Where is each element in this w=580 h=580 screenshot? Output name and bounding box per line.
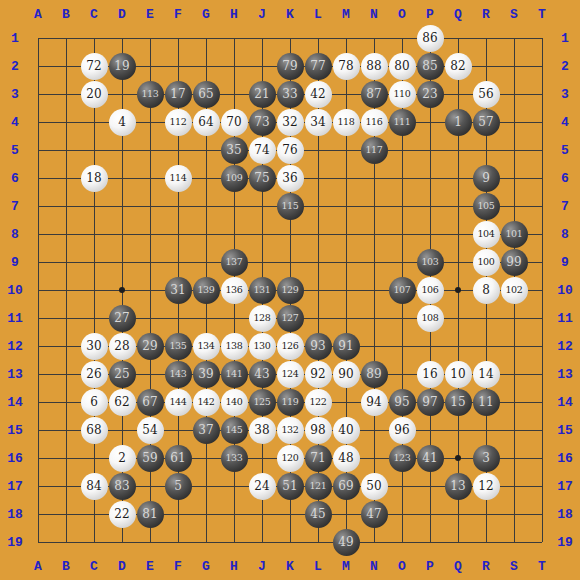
intersection-C3[interactable]: 20: [80, 80, 108, 108]
intersection-S10[interactable]: 102: [500, 276, 528, 304]
intersection-E13[interactable]: [136, 360, 164, 388]
intersection-N1[interactable]: [360, 24, 388, 52]
intersection-K14[interactable]: 119: [276, 388, 304, 416]
intersection-M17[interactable]: 69: [332, 472, 360, 500]
intersection-K5[interactable]: 76: [276, 136, 304, 164]
intersection-R13[interactable]: 14: [472, 360, 500, 388]
intersection-G15[interactable]: 37: [192, 416, 220, 444]
intersection-J19[interactable]: [248, 528, 276, 556]
intersection-G4[interactable]: 64: [192, 108, 220, 136]
intersection-H5[interactable]: 35: [220, 136, 248, 164]
intersection-S3[interactable]: [500, 80, 528, 108]
intersection-Q13[interactable]: 10: [444, 360, 472, 388]
intersection-J16[interactable]: [248, 444, 276, 472]
intersection-A7[interactable]: [24, 192, 52, 220]
intersection-E15[interactable]: 54: [136, 416, 164, 444]
intersection-D5[interactable]: [108, 136, 136, 164]
intersection-C9[interactable]: [80, 248, 108, 276]
intersection-E6[interactable]: [136, 164, 164, 192]
intersection-C5[interactable]: [80, 136, 108, 164]
intersection-H19[interactable]: [220, 528, 248, 556]
intersection-M19[interactable]: 49: [332, 528, 360, 556]
intersection-N10[interactable]: [360, 276, 388, 304]
intersection-D3[interactable]: [108, 80, 136, 108]
intersection-F6[interactable]: 114: [164, 164, 192, 192]
intersection-O15[interactable]: 96: [388, 416, 416, 444]
intersection-G5[interactable]: [192, 136, 220, 164]
intersection-M16[interactable]: 48: [332, 444, 360, 472]
intersection-A13[interactable]: [24, 360, 52, 388]
intersection-P11[interactable]: 108: [416, 304, 444, 332]
intersection-H17[interactable]: [220, 472, 248, 500]
intersection-C19[interactable]: [80, 528, 108, 556]
intersection-L4[interactable]: 34: [304, 108, 332, 136]
intersection-O1[interactable]: [388, 24, 416, 52]
intersection-N7[interactable]: [360, 192, 388, 220]
intersection-Q3[interactable]: [444, 80, 472, 108]
intersection-T3[interactable]: [528, 80, 556, 108]
intersection-K10[interactable]: 129: [276, 276, 304, 304]
intersection-F7[interactable]: [164, 192, 192, 220]
intersection-A15[interactable]: [24, 416, 52, 444]
intersection-G18[interactable]: [192, 500, 220, 528]
intersection-L12[interactable]: 93: [304, 332, 332, 360]
intersection-R8[interactable]: 104: [472, 220, 500, 248]
intersection-A6[interactable]: [24, 164, 52, 192]
intersection-M14[interactable]: [332, 388, 360, 416]
intersection-T16[interactable]: [528, 444, 556, 472]
intersection-A9[interactable]: [24, 248, 52, 276]
intersection-L1[interactable]: [304, 24, 332, 52]
intersection-T12[interactable]: [528, 332, 556, 360]
intersection-F17[interactable]: 5: [164, 472, 192, 500]
intersection-S17[interactable]: [500, 472, 528, 500]
intersection-S5[interactable]: [500, 136, 528, 164]
intersection-N11[interactable]: [360, 304, 388, 332]
intersection-Q8[interactable]: [444, 220, 472, 248]
intersection-D8[interactable]: [108, 220, 136, 248]
intersection-A2[interactable]: [24, 52, 52, 80]
intersection-F8[interactable]: [164, 220, 192, 248]
intersection-D13[interactable]: 25: [108, 360, 136, 388]
intersection-G9[interactable]: [192, 248, 220, 276]
intersection-G13[interactable]: 39: [192, 360, 220, 388]
intersection-L5[interactable]: [304, 136, 332, 164]
intersection-C16[interactable]: [80, 444, 108, 472]
intersection-L14[interactable]: 122: [304, 388, 332, 416]
intersection-D11[interactable]: 27: [108, 304, 136, 332]
intersection-A18[interactable]: [24, 500, 52, 528]
intersection-B13[interactable]: [52, 360, 80, 388]
intersection-R15[interactable]: [472, 416, 500, 444]
intersection-G17[interactable]: [192, 472, 220, 500]
intersection-Q7[interactable]: [444, 192, 472, 220]
intersection-Q15[interactable]: [444, 416, 472, 444]
intersection-F9[interactable]: [164, 248, 192, 276]
intersection-B9[interactable]: [52, 248, 80, 276]
intersection-N6[interactable]: [360, 164, 388, 192]
intersection-R5[interactable]: [472, 136, 500, 164]
intersection-C1[interactable]: [80, 24, 108, 52]
intersection-T5[interactable]: [528, 136, 556, 164]
intersection-B2[interactable]: [52, 52, 80, 80]
intersection-E14[interactable]: 67: [136, 388, 164, 416]
intersection-G11[interactable]: [192, 304, 220, 332]
intersection-F3[interactable]: 17: [164, 80, 192, 108]
intersection-S19[interactable]: [500, 528, 528, 556]
intersection-H18[interactable]: [220, 500, 248, 528]
intersection-D7[interactable]: [108, 192, 136, 220]
intersection-P2[interactable]: 85: [416, 52, 444, 80]
intersection-F18[interactable]: [164, 500, 192, 528]
intersection-B10[interactable]: [52, 276, 80, 304]
intersection-C13[interactable]: 26: [80, 360, 108, 388]
intersection-K13[interactable]: 124: [276, 360, 304, 388]
intersection-M3[interactable]: [332, 80, 360, 108]
intersection-J18[interactable]: [248, 500, 276, 528]
intersection-C2[interactable]: 72: [80, 52, 108, 80]
intersection-C7[interactable]: [80, 192, 108, 220]
intersection-P9[interactable]: 103: [416, 248, 444, 276]
intersection-O11[interactable]: [388, 304, 416, 332]
intersection-B8[interactable]: [52, 220, 80, 248]
intersection-P10[interactable]: 106: [416, 276, 444, 304]
intersection-M5[interactable]: [332, 136, 360, 164]
intersection-J2[interactable]: [248, 52, 276, 80]
intersection-L18[interactable]: 45: [304, 500, 332, 528]
intersection-P4[interactable]: [416, 108, 444, 136]
intersection-T7[interactable]: [528, 192, 556, 220]
intersection-N5[interactable]: 117: [360, 136, 388, 164]
intersection-O7[interactable]: [388, 192, 416, 220]
intersection-J11[interactable]: 128: [248, 304, 276, 332]
intersection-P1[interactable]: 86: [416, 24, 444, 52]
intersection-O12[interactable]: [388, 332, 416, 360]
intersection-R1[interactable]: [472, 24, 500, 52]
intersection-C18[interactable]: [80, 500, 108, 528]
intersection-H4[interactable]: 70: [220, 108, 248, 136]
intersection-K8[interactable]: [276, 220, 304, 248]
intersection-L17[interactable]: 121: [304, 472, 332, 500]
intersection-P5[interactable]: [416, 136, 444, 164]
intersection-B6[interactable]: [52, 164, 80, 192]
intersection-O5[interactable]: [388, 136, 416, 164]
intersection-K17[interactable]: 51: [276, 472, 304, 500]
intersection-L11[interactable]: [304, 304, 332, 332]
intersection-D4[interactable]: 4: [108, 108, 136, 136]
intersection-M8[interactable]: [332, 220, 360, 248]
intersection-Q1[interactable]: [444, 24, 472, 52]
intersection-F2[interactable]: [164, 52, 192, 80]
intersection-G12[interactable]: 134: [192, 332, 220, 360]
intersection-E12[interactable]: 29: [136, 332, 164, 360]
intersection-C15[interactable]: 68: [80, 416, 108, 444]
intersection-N15[interactable]: [360, 416, 388, 444]
intersection-Q16[interactable]: [444, 444, 472, 472]
intersection-J3[interactable]: 21: [248, 80, 276, 108]
intersection-K2[interactable]: 79: [276, 52, 304, 80]
intersection-J13[interactable]: 43: [248, 360, 276, 388]
intersection-S12[interactable]: [500, 332, 528, 360]
intersection-J8[interactable]: [248, 220, 276, 248]
intersection-N9[interactable]: [360, 248, 388, 276]
intersection-A11[interactable]: [24, 304, 52, 332]
intersection-H10[interactable]: 136: [220, 276, 248, 304]
intersection-E1[interactable]: [136, 24, 164, 52]
intersection-S7[interactable]: [500, 192, 528, 220]
intersection-M7[interactable]: [332, 192, 360, 220]
intersection-E4[interactable]: [136, 108, 164, 136]
intersection-J15[interactable]: 38: [248, 416, 276, 444]
intersection-P7[interactable]: [416, 192, 444, 220]
intersection-H12[interactable]: 138: [220, 332, 248, 360]
intersection-H11[interactable]: [220, 304, 248, 332]
intersection-D16[interactable]: 2: [108, 444, 136, 472]
intersection-P15[interactable]: [416, 416, 444, 444]
intersection-R9[interactable]: 100: [472, 248, 500, 276]
intersection-H8[interactable]: [220, 220, 248, 248]
intersection-R11[interactable]: [472, 304, 500, 332]
intersection-D17[interactable]: 83: [108, 472, 136, 500]
intersection-M2[interactable]: 78: [332, 52, 360, 80]
intersection-O6[interactable]: [388, 164, 416, 192]
intersection-G14[interactable]: 142: [192, 388, 220, 416]
intersection-C4[interactable]: [80, 108, 108, 136]
intersection-R19[interactable]: [472, 528, 500, 556]
intersection-B18[interactable]: [52, 500, 80, 528]
intersection-S2[interactable]: [500, 52, 528, 80]
intersection-E16[interactable]: 59: [136, 444, 164, 472]
intersection-M12[interactable]: 91: [332, 332, 360, 360]
intersection-N2[interactable]: 88: [360, 52, 388, 80]
intersection-F19[interactable]: [164, 528, 192, 556]
intersection-N12[interactable]: [360, 332, 388, 360]
intersection-S1[interactable]: [500, 24, 528, 52]
intersection-Q19[interactable]: [444, 528, 472, 556]
intersection-N3[interactable]: 87: [360, 80, 388, 108]
intersection-M6[interactable]: [332, 164, 360, 192]
intersection-K4[interactable]: 32: [276, 108, 304, 136]
intersection-T17[interactable]: [528, 472, 556, 500]
intersection-O14[interactable]: 95: [388, 388, 416, 416]
intersection-T9[interactable]: [528, 248, 556, 276]
intersection-J4[interactable]: 73: [248, 108, 276, 136]
intersection-K11[interactable]: 127: [276, 304, 304, 332]
intersection-P6[interactable]: [416, 164, 444, 192]
intersection-A5[interactable]: [24, 136, 52, 164]
intersection-F16[interactable]: 61: [164, 444, 192, 472]
intersection-A12[interactable]: [24, 332, 52, 360]
intersection-K7[interactable]: 115: [276, 192, 304, 220]
intersection-M1[interactable]: [332, 24, 360, 52]
intersection-G1[interactable]: [192, 24, 220, 52]
intersection-R18[interactable]: [472, 500, 500, 528]
intersection-N16[interactable]: [360, 444, 388, 472]
intersection-Q4[interactable]: 1: [444, 108, 472, 136]
intersection-Q5[interactable]: [444, 136, 472, 164]
intersection-P8[interactable]: [416, 220, 444, 248]
intersection-E10[interactable]: [136, 276, 164, 304]
intersection-K16[interactable]: 120: [276, 444, 304, 472]
intersection-O13[interactable]: [388, 360, 416, 388]
intersection-Q6[interactable]: [444, 164, 472, 192]
intersection-T19[interactable]: [528, 528, 556, 556]
intersection-N17[interactable]: 50: [360, 472, 388, 500]
intersection-L10[interactable]: [304, 276, 332, 304]
intersection-C11[interactable]: [80, 304, 108, 332]
intersection-D9[interactable]: [108, 248, 136, 276]
intersection-O9[interactable]: [388, 248, 416, 276]
intersection-B19[interactable]: [52, 528, 80, 556]
intersection-O3[interactable]: 110: [388, 80, 416, 108]
intersection-C8[interactable]: [80, 220, 108, 248]
intersection-J9[interactable]: [248, 248, 276, 276]
intersection-N18[interactable]: 47: [360, 500, 388, 528]
intersection-H3[interactable]: [220, 80, 248, 108]
intersection-A1[interactable]: [24, 24, 52, 52]
intersection-J6[interactable]: 75: [248, 164, 276, 192]
intersection-P3[interactable]: 23: [416, 80, 444, 108]
intersection-T14[interactable]: [528, 388, 556, 416]
intersection-H6[interactable]: 109: [220, 164, 248, 192]
intersection-G10[interactable]: 139: [192, 276, 220, 304]
intersection-D1[interactable]: [108, 24, 136, 52]
intersection-T13[interactable]: [528, 360, 556, 388]
intersection-L6[interactable]: [304, 164, 332, 192]
intersection-E17[interactable]: [136, 472, 164, 500]
intersection-R7[interactable]: 105: [472, 192, 500, 220]
intersection-M18[interactable]: [332, 500, 360, 528]
intersection-F10[interactable]: 31: [164, 276, 192, 304]
intersection-R17[interactable]: 12: [472, 472, 500, 500]
intersection-Q9[interactable]: [444, 248, 472, 276]
intersection-C6[interactable]: 18: [80, 164, 108, 192]
intersection-N19[interactable]: [360, 528, 388, 556]
intersection-A4[interactable]: [24, 108, 52, 136]
intersection-R6[interactable]: 9: [472, 164, 500, 192]
intersection-T11[interactable]: [528, 304, 556, 332]
intersection-R12[interactable]: [472, 332, 500, 360]
intersection-P13[interactable]: 16: [416, 360, 444, 388]
intersection-E2[interactable]: [136, 52, 164, 80]
intersection-O4[interactable]: 111: [388, 108, 416, 136]
intersection-Q17[interactable]: 13: [444, 472, 472, 500]
intersection-L3[interactable]: 42: [304, 80, 332, 108]
intersection-O2[interactable]: 80: [388, 52, 416, 80]
intersection-M4[interactable]: 118: [332, 108, 360, 136]
intersection-O19[interactable]: [388, 528, 416, 556]
intersection-E3[interactable]: 113: [136, 80, 164, 108]
intersection-R3[interactable]: 56: [472, 80, 500, 108]
intersection-L9[interactable]: [304, 248, 332, 276]
intersection-T6[interactable]: [528, 164, 556, 192]
intersection-O16[interactable]: 123: [388, 444, 416, 472]
intersection-K1[interactable]: [276, 24, 304, 52]
intersection-D19[interactable]: [108, 528, 136, 556]
intersection-A14[interactable]: [24, 388, 52, 416]
intersection-T4[interactable]: [528, 108, 556, 136]
intersection-H2[interactable]: [220, 52, 248, 80]
intersection-H13[interactable]: 141: [220, 360, 248, 388]
intersection-B1[interactable]: [52, 24, 80, 52]
intersection-C17[interactable]: 84: [80, 472, 108, 500]
intersection-E19[interactable]: [136, 528, 164, 556]
intersection-S13[interactable]: [500, 360, 528, 388]
intersection-S6[interactable]: [500, 164, 528, 192]
intersection-B7[interactable]: [52, 192, 80, 220]
intersection-T15[interactable]: [528, 416, 556, 444]
intersection-P19[interactable]: [416, 528, 444, 556]
intersection-L13[interactable]: 92: [304, 360, 332, 388]
intersection-G6[interactable]: [192, 164, 220, 192]
intersection-S16[interactable]: [500, 444, 528, 472]
intersection-O8[interactable]: [388, 220, 416, 248]
intersection-Q11[interactable]: [444, 304, 472, 332]
intersection-H15[interactable]: 145: [220, 416, 248, 444]
intersection-R2[interactable]: [472, 52, 500, 80]
intersection-H14[interactable]: 140: [220, 388, 248, 416]
intersection-S18[interactable]: [500, 500, 528, 528]
intersection-L2[interactable]: 77: [304, 52, 332, 80]
intersection-K19[interactable]: [276, 528, 304, 556]
intersection-D10[interactable]: [108, 276, 136, 304]
intersection-A16[interactable]: [24, 444, 52, 472]
intersection-B15[interactable]: [52, 416, 80, 444]
intersection-B11[interactable]: [52, 304, 80, 332]
intersection-N14[interactable]: 94: [360, 388, 388, 416]
intersection-S4[interactable]: [500, 108, 528, 136]
intersection-M13[interactable]: 90: [332, 360, 360, 388]
intersection-F12[interactable]: 135: [164, 332, 192, 360]
intersection-L19[interactable]: [304, 528, 332, 556]
intersection-N13[interactable]: 89: [360, 360, 388, 388]
intersection-M10[interactable]: [332, 276, 360, 304]
intersection-B3[interactable]: [52, 80, 80, 108]
intersection-T8[interactable]: [528, 220, 556, 248]
intersection-K9[interactable]: [276, 248, 304, 276]
intersection-J1[interactable]: [248, 24, 276, 52]
intersection-S11[interactable]: [500, 304, 528, 332]
intersection-S8[interactable]: 101: [500, 220, 528, 248]
intersection-B14[interactable]: [52, 388, 80, 416]
intersection-M11[interactable]: [332, 304, 360, 332]
intersection-B17[interactable]: [52, 472, 80, 500]
intersection-S15[interactable]: [500, 416, 528, 444]
intersection-B16[interactable]: [52, 444, 80, 472]
intersection-Q2[interactable]: 82: [444, 52, 472, 80]
intersection-K12[interactable]: 126: [276, 332, 304, 360]
intersection-E5[interactable]: [136, 136, 164, 164]
intersection-K18[interactable]: [276, 500, 304, 528]
intersection-B12[interactable]: [52, 332, 80, 360]
intersection-A19[interactable]: [24, 528, 52, 556]
intersection-F15[interactable]: [164, 416, 192, 444]
intersection-P18[interactable]: [416, 500, 444, 528]
intersection-L16[interactable]: 71: [304, 444, 332, 472]
intersection-N4[interactable]: 116: [360, 108, 388, 136]
intersection-H1[interactable]: [220, 24, 248, 52]
intersection-J14[interactable]: 125: [248, 388, 276, 416]
intersection-D15[interactable]: [108, 416, 136, 444]
intersection-G7[interactable]: [192, 192, 220, 220]
intersection-Q14[interactable]: 15: [444, 388, 472, 416]
intersection-J12[interactable]: 130: [248, 332, 276, 360]
intersection-F5[interactable]: [164, 136, 192, 164]
intersection-B5[interactable]: [52, 136, 80, 164]
intersection-D12[interactable]: 28: [108, 332, 136, 360]
intersection-E7[interactable]: [136, 192, 164, 220]
intersection-P16[interactable]: 41: [416, 444, 444, 472]
